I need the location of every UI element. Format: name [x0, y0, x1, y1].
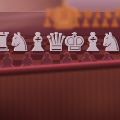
chess-set-photo: ♜♞♝♛♚♝♞♜ ♟♟♟♟♟♟♟♟ ♚ ♜♞♝♛♚♝♞♜ ♟♟♟♟♟♟♟♟	[0, 0, 120, 120]
table-foreground	[0, 67, 120, 120]
